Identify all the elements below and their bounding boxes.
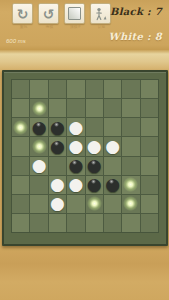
board-cell[interactable]	[67, 214, 84, 232]
board-cell[interactable]: ●	[49, 176, 66, 194]
board-cell[interactable]	[104, 80, 121, 98]
board-cell[interactable]: ●	[67, 118, 84, 136]
board-cell[interactable]	[86, 214, 103, 232]
board-cell[interactable]	[49, 99, 66, 117]
board-cell[interactable]: ●	[49, 195, 66, 213]
board-cell[interactable]	[12, 80, 29, 98]
legal-move-hint	[32, 139, 47, 154]
place-pieces-button[interactable]: 摆棋子	[64, 3, 85, 24]
board-cell[interactable]	[30, 214, 47, 232]
restart-button-label: 重玩	[15, 25, 32, 29]
toolbar: ↻ 重玩 ↺ 悔棋 摆棋子 认输	[12, 3, 111, 24]
board-cell[interactable]	[122, 118, 139, 136]
legal-move-hint	[87, 196, 102, 211]
board-cell[interactable]: ●	[67, 157, 84, 175]
board-cell[interactable]: ●	[86, 176, 103, 194]
board-cell[interactable]	[122, 214, 139, 232]
place-pieces-button-label: 摆棋子	[67, 25, 84, 29]
board-cell[interactable]: ●	[104, 137, 121, 155]
board-cell[interactable]	[30, 80, 47, 98]
piece-highlight	[72, 160, 77, 165]
board-cell[interactable]	[86, 99, 103, 117]
board-cell[interactable]	[49, 80, 66, 98]
black-score: Black : 7	[110, 6, 162, 17]
legal-move-hint	[123, 196, 138, 211]
black-piece: ●	[50, 138, 65, 155]
board-cell[interactable]	[104, 214, 121, 232]
piece-highlight	[54, 122, 59, 127]
black-piece: ●	[87, 176, 102, 193]
piece-highlight	[36, 122, 41, 127]
restart-button[interactable]: ↻ 重玩	[12, 3, 33, 24]
piece-highlight	[54, 141, 59, 146]
black-piece: ●	[50, 119, 65, 136]
board-frame: ●●●●●●●●●●●●●●●	[2, 70, 168, 246]
undo-button-label: 悔棋	[41, 25, 58, 29]
board-cell[interactable]: ●	[86, 137, 103, 155]
board-cell[interactable]	[30, 137, 47, 155]
board-cell[interactable]: ●	[86, 157, 103, 175]
board-cell[interactable]	[141, 195, 158, 213]
board-cell[interactable]	[86, 118, 103, 136]
board-tile-icon	[68, 7, 81, 20]
legal-move-hint	[13, 120, 28, 135]
black-piece: ●	[105, 176, 120, 193]
board-cell[interactable]	[122, 80, 139, 98]
white-piece: ●	[68, 176, 83, 193]
board-cell[interactable]	[49, 214, 66, 232]
board-cell[interactable]	[141, 137, 158, 155]
board-cell[interactable]	[122, 157, 139, 175]
board-cell[interactable]	[67, 99, 84, 117]
white-piece: ●	[87, 138, 102, 155]
black-piece: ●	[32, 119, 47, 136]
board-cell[interactable]	[104, 99, 121, 117]
board-cell[interactable]	[122, 99, 139, 117]
board-cell[interactable]: ●	[30, 157, 47, 175]
board-cell[interactable]: ●	[49, 137, 66, 155]
resign-button[interactable]: 认输	[90, 3, 111, 24]
board-cell[interactable]	[141, 176, 158, 194]
black-piece: ●	[68, 157, 83, 174]
restart-icon: ↻	[17, 7, 29, 21]
board-cell[interactable]	[12, 99, 29, 117]
undo-button[interactable]: ↺ 悔棋	[38, 3, 59, 24]
white-piece: ●	[105, 138, 120, 155]
board-cell[interactable]: ●	[30, 118, 47, 136]
white-piece: ●	[50, 176, 65, 193]
board-cell[interactable]	[67, 195, 84, 213]
undo-icon: ↺	[43, 7, 55, 21]
board-cell[interactable]	[30, 99, 47, 117]
white-piece: ●	[68, 119, 83, 136]
board-cell[interactable]	[67, 80, 84, 98]
board-cell[interactable]	[104, 118, 121, 136]
white-piece: ●	[32, 157, 47, 174]
piece-highlight	[109, 179, 114, 184]
board-cell[interactable]	[12, 195, 29, 213]
piece-highlight	[91, 179, 96, 184]
board-cell[interactable]	[12, 137, 29, 155]
board-cell[interactable]	[12, 214, 29, 232]
othello-board: ●●●●●●●●●●●●●●●	[11, 79, 159, 233]
move-timer: 600 ms	[6, 38, 26, 44]
board-cell[interactable]	[122, 176, 139, 194]
board-cell[interactable]	[12, 118, 29, 136]
legal-move-hint	[32, 101, 47, 116]
board-cell[interactable]	[49, 157, 66, 175]
legal-move-hint	[123, 177, 138, 192]
board-cell[interactable]	[30, 195, 47, 213]
board-cell[interactable]	[12, 176, 29, 194]
board-cell[interactable]	[141, 80, 158, 98]
board-cell[interactable]	[122, 137, 139, 155]
board-cell[interactable]	[141, 118, 158, 136]
white-piece: ●	[68, 138, 83, 155]
black-piece: ●	[87, 157, 102, 174]
board-cell[interactable]	[141, 214, 158, 232]
game-screen: ↻ 重玩 ↺ 悔棋 摆棋子 认输 Black : 7 White : 8 600…	[0, 0, 169, 300]
piece-highlight	[91, 160, 96, 165]
resign-person-icon	[94, 7, 108, 21]
board-cell[interactable]: ●	[104, 176, 121, 194]
white-score: White : 8	[108, 31, 162, 42]
board-cell[interactable]	[86, 195, 103, 213]
board-cell[interactable]: ●	[67, 176, 84, 194]
board-cell[interactable]	[12, 157, 29, 175]
resign-button-label: 认输	[93, 25, 110, 29]
board-cell[interactable]: ●	[49, 118, 66, 136]
board-cell[interactable]	[30, 176, 47, 194]
board-cell[interactable]	[141, 99, 158, 117]
board-cell[interactable]	[104, 195, 121, 213]
board-cell[interactable]	[141, 157, 158, 175]
board-cell[interactable]	[104, 157, 121, 175]
white-piece: ●	[50, 195, 65, 212]
board-cell[interactable]	[122, 195, 139, 213]
board-cell[interactable]: ●	[67, 137, 84, 155]
board-cell[interactable]	[86, 80, 103, 98]
